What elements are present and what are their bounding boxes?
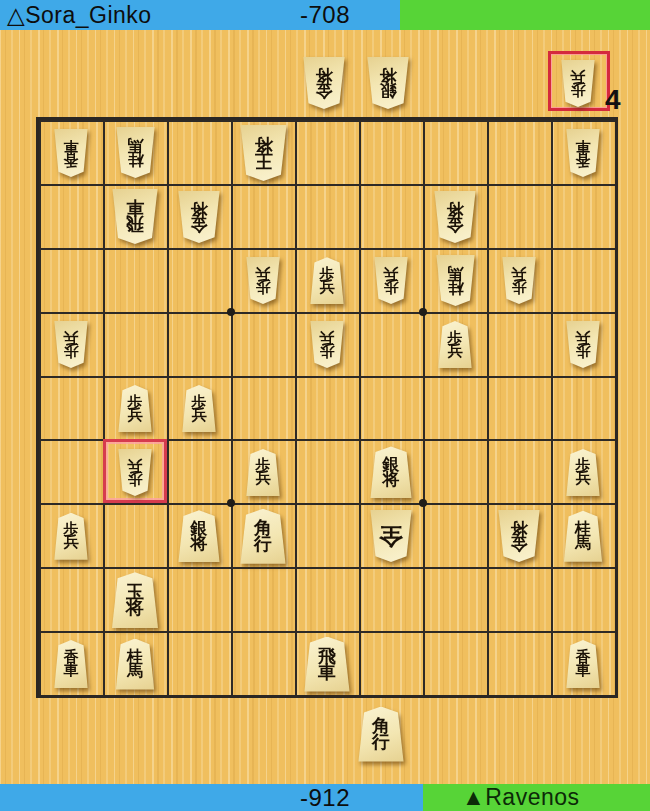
top-player-name: △Sora_Ginko	[7, 0, 152, 30]
koma-kanji: 将	[379, 67, 396, 84]
koma-face: 金将	[498, 510, 540, 562]
koma-kanji: 兵	[384, 267, 399, 282]
koma-face: 香車	[566, 129, 600, 177]
koma-face: 玉将	[112, 572, 159, 628]
koma-kanji: 行	[372, 733, 390, 751]
shogi-piece-2g-gold[interactable]: 金将	[498, 510, 540, 562]
shogi-piece-1d-pawn[interactable]: 歩兵	[566, 321, 600, 368]
koma-kanji: 行	[254, 535, 272, 553]
koma-face: 桂馬	[436, 255, 475, 306]
shogi-piece-1a-lance[interactable]: 香車	[566, 129, 600, 177]
bottom-status-bar: -912 ▲Ravenos	[0, 784, 650, 811]
koma-face: 歩兵	[566, 321, 600, 368]
koma-kanji: 兵	[320, 280, 335, 295]
koma-face: 全	[370, 510, 412, 562]
koma-face: 歩兵	[182, 385, 216, 432]
shogi-piece-5c-pawn[interactable]: 歩兵	[310, 257, 344, 304]
shogi-piece-3b-gold[interactable]: 金将	[434, 191, 476, 243]
koma-kanji: 将	[383, 471, 400, 488]
koma-face: 歩兵	[118, 385, 152, 432]
koma-face: 銀将	[367, 57, 409, 109]
top-bar-green-segment	[400, 0, 650, 30]
shogi-piece-1g-knight[interactable]: 桂馬	[564, 511, 603, 562]
koma-face: 香車	[566, 640, 600, 688]
koma-kanji: 兵	[64, 331, 79, 346]
shogi-piece-8f-pawn[interactable]: 歩兵	[118, 449, 152, 496]
shogi-piece-8h-king[interactable]: 玉将	[112, 572, 159, 628]
koma-face: 歩兵	[118, 449, 152, 496]
koma-face: 香車	[54, 129, 88, 177]
shogi-piece-9i-lance[interactable]: 香車	[54, 640, 88, 688]
shogi-piece-7e-pawn[interactable]: 歩兵	[182, 385, 216, 432]
koma-kanji: 馬	[127, 138, 143, 154]
koma-face: 歩兵	[561, 60, 595, 107]
koma-face: 歩兵	[566, 449, 600, 496]
shogi-piece-gote-hand-gold[interactable]: 金将	[303, 57, 345, 109]
koma-kanji: 将	[191, 535, 208, 552]
bottom-player-score: -912	[300, 784, 350, 811]
koma-face: 角行	[358, 707, 404, 762]
shogi-piece-4f-silver[interactable]: 銀将	[370, 446, 412, 498]
koma-kanji: 車	[576, 663, 591, 678]
koma-face: 歩兵	[502, 257, 536, 304]
koma-kanji: 全	[379, 524, 403, 548]
shogi-piece-5i-rook[interactable]: 飛車	[304, 637, 350, 692]
koma-kanji: 兵	[512, 267, 527, 282]
koma-kanji: 将	[254, 136, 272, 154]
shogi-board[interactable]: 香車桂馬王将香車飛車金将金将歩兵歩兵歩兵桂馬歩兵歩兵歩兵歩兵歩兵歩兵歩兵歩兵歩兵…	[36, 117, 618, 698]
shogi-piece-9a-lance[interactable]: 香車	[54, 129, 88, 177]
shogi-piece-8i-knight[interactable]: 桂馬	[116, 639, 155, 690]
koma-kanji: 兵	[448, 344, 463, 359]
hoshi-star-point	[227, 308, 235, 316]
shogi-piece-gote-hand-pawn[interactable]: 歩兵	[561, 60, 595, 107]
koma-face: 歩兵	[54, 321, 88, 368]
koma-kanji: 兵	[128, 408, 143, 423]
koma-face: 桂馬	[564, 511, 603, 562]
koma-face: 桂馬	[116, 127, 155, 178]
shogi-piece-5d-pawn[interactable]: 歩兵	[310, 321, 344, 368]
koma-kanji: 将	[316, 67, 333, 84]
shogi-piece-3d-pawn[interactable]: 歩兵	[438, 321, 472, 368]
koma-face: 歩兵	[374, 257, 408, 304]
koma-face: 角行	[240, 509, 286, 564]
hoshi-star-point	[419, 308, 427, 316]
koma-face: 王将	[240, 125, 287, 181]
shogi-piece-6f-pawn[interactable]: 歩兵	[246, 449, 280, 496]
koma-face: 桂馬	[116, 639, 155, 690]
sente-hand-tray: 角行	[0, 699, 650, 765]
koma-kanji: 兵	[256, 471, 271, 486]
shogi-piece-7g-silver[interactable]: 銀将	[178, 510, 220, 562]
koma-kanji: 兵	[128, 458, 143, 473]
shogi-piece-8e-pawn[interactable]: 歩兵	[118, 385, 152, 432]
koma-kanji: 車	[64, 663, 79, 678]
koma-kanji: 将	[191, 201, 208, 218]
koma-face: 歩兵	[438, 321, 472, 368]
koma-kanji: 兵	[576, 331, 591, 346]
shogi-piece-8a-knight[interactable]: 桂馬	[116, 127, 155, 178]
koma-face: 飛車	[112, 189, 158, 244]
koma-kanji: 兵	[576, 471, 591, 486]
koma-face: 金将	[303, 57, 345, 109]
shogi-piece-9g-pawn[interactable]: 歩兵	[54, 513, 88, 560]
shogi-piece-2c-pawn[interactable]: 歩兵	[502, 257, 536, 304]
shogi-piece-6a-king[interactable]: 王将	[240, 125, 287, 181]
koma-kanji: 車	[318, 663, 336, 681]
bottom-player-name: ▲Ravenos	[462, 784, 580, 811]
koma-kanji: 将	[126, 599, 144, 617]
koma-kanji: 将	[511, 520, 528, 537]
shogi-piece-8b-rook[interactable]: 飛車	[112, 189, 158, 244]
shogi-piece-7b-gold[interactable]: 金将	[178, 191, 220, 243]
top-status-bar: △Sora_Ginko -708	[0, 0, 650, 30]
koma-face: 飛車	[304, 637, 350, 692]
shogi-piece-4g-promoted_silver[interactable]: 全	[370, 510, 412, 562]
koma-face: 金将	[434, 191, 476, 243]
koma-kanji: 車	[576, 139, 591, 154]
shogi-piece-gote-hand-silver[interactable]: 銀将	[367, 57, 409, 109]
koma-kanji: 兵	[256, 267, 271, 282]
koma-kanji: 兵	[64, 535, 79, 550]
shogi-piece-9d-pawn[interactable]: 歩兵	[54, 321, 88, 368]
koma-face: 歩兵	[246, 257, 280, 304]
shogi-piece-3c-knight[interactable]: 桂馬	[436, 255, 475, 306]
koma-kanji: 馬	[127, 663, 143, 679]
koma-kanji: 車	[64, 139, 79, 154]
koma-face: 歩兵	[310, 321, 344, 368]
koma-face: 香車	[54, 640, 88, 688]
gote-hand-pawn-count: 4	[605, 86, 621, 114]
shogi-piece-1f-pawn[interactable]: 歩兵	[566, 449, 600, 496]
bottom-bar-blue-segment	[0, 784, 423, 811]
hoshi-star-point	[227, 499, 235, 507]
koma-face: 歩兵	[310, 257, 344, 304]
shogi-piece-6g-bishop[interactable]: 角行	[240, 509, 286, 564]
shogi-piece-6c-pawn[interactable]: 歩兵	[246, 257, 280, 304]
koma-kanji: 兵	[571, 69, 586, 84]
koma-face: 歩兵	[246, 449, 280, 496]
koma-kanji: 車	[126, 200, 144, 218]
shogi-piece-1i-lance[interactable]: 香車	[566, 640, 600, 688]
koma-kanji: 兵	[192, 408, 207, 423]
koma-face: 歩兵	[54, 513, 88, 560]
koma-face: 銀将	[370, 446, 412, 498]
hoshi-star-point	[419, 499, 427, 507]
shogi-piece-4c-pawn[interactable]: 歩兵	[374, 257, 408, 304]
top-player-score: -708	[300, 0, 350, 30]
shogi-piece-sente-hand-bishop[interactable]: 角行	[358, 707, 404, 762]
koma-kanji: 馬	[447, 266, 463, 282]
gote-hand-tray: 金将銀将歩兵4	[0, 48, 650, 114]
koma-face: 金将	[178, 191, 220, 243]
koma-kanji: 馬	[575, 535, 591, 551]
koma-face: 銀将	[178, 510, 220, 562]
koma-kanji: 兵	[320, 331, 335, 346]
koma-kanji: 将	[447, 201, 464, 218]
